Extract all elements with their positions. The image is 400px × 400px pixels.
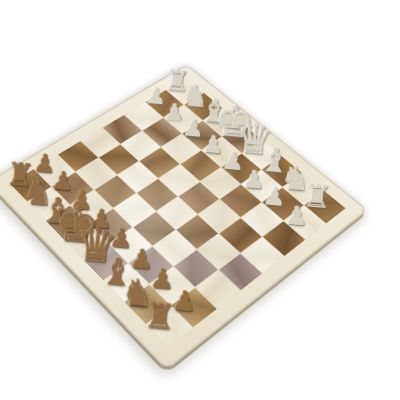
chess-set-photo: ♜♞♝♚♛♝♞♜♟♟♟♟♟♟♟♟♟♟♟♟♟♟♟♟♜♞♝♚♛♝♞♜ xyxy=(0,0,400,400)
board-perspective-wrapper: ♜♞♝♚♛♝♞♜♟♟♟♟♟♟♟♟♟♟♟♟♟♟♟♟♜♞♝♚♛♝♞♜ xyxy=(32,50,325,343)
board-scene: ♜♞♝♚♛♝♞♜♟♟♟♟♟♟♟♟♟♟♟♟♟♟♟♟♜♞♝♚♛♝♞♜ xyxy=(32,50,325,343)
piece-brown-rook[interactable]: ♜ xyxy=(109,295,210,338)
chess-board: ♜♞♝♚♛♝♞♜♟♟♟♟♟♟♟♟♟♟♟♟♟♟♟♟♜♞♝♚♛♝♞♜ xyxy=(0,64,368,370)
square-a8[interactable]: ♜ xyxy=(147,306,193,346)
square-a2[interactable]: ♟ xyxy=(284,206,325,239)
board-grid: ♜♞♝♚♛♝♞♜♟♟♟♟♟♟♟♟♟♟♟♟♟♟♟♟♜♞♝♚♛♝♞♜ xyxy=(10,78,346,347)
